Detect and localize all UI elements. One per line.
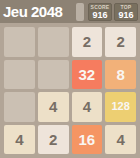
tile-8-r2c4: 8 <box>105 60 136 90</box>
score-value: 916 <box>92 10 107 20</box>
board[interactable]: 223284412842164 <box>0 23 140 158</box>
empty-cell-r2c2 <box>38 60 69 90</box>
best-badge: TOP 916 <box>114 3 138 21</box>
tile-4-r4c4: 4 <box>105 125 136 155</box>
score-badge: SCORE 916 <box>88 3 112 21</box>
tile-2-r4c2: 2 <box>38 125 69 155</box>
tile-128-r3c4: 128 <box>105 92 136 122</box>
tile-2-r1c4: 2 <box>105 27 136 57</box>
tile-4-r4c1: 4 <box>4 125 35 155</box>
app-2048: Jeu 2048 SCORE 916 TOP 916 2232844128421… <box>0 0 140 158</box>
empty-cell-r1c2 <box>38 27 69 57</box>
header: Jeu 2048 SCORE 916 TOP 916 <box>0 0 140 23</box>
app-title: Jeu 2048 <box>2 0 62 23</box>
tile-4-r3c2: 4 <box>38 92 69 122</box>
tile-2-r1c3: 2 <box>72 27 103 57</box>
empty-cell-r1c1 <box>4 27 35 57</box>
best-value: 916 <box>118 10 133 20</box>
empty-cell-r3c1 <box>4 92 35 122</box>
header-button[interactable] <box>76 3 84 21</box>
tile-32-r2c3: 32 <box>72 60 103 90</box>
tile-16-r4c3: 16 <box>72 125 103 155</box>
tile-4-r3c3: 4 <box>72 92 103 122</box>
empty-cell-r2c1 <box>4 60 35 90</box>
